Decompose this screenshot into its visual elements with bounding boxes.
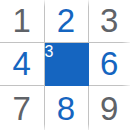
sudoku-cell[interactable]: 8 xyxy=(45,86,89,130)
cell-digit: 2 xyxy=(57,4,75,37)
cell-digit: 9 xyxy=(100,92,118,125)
cell-digit: 3 xyxy=(45,43,54,60)
cell-digit: 8 xyxy=(57,92,75,125)
sudoku-cell[interactable]: 4 xyxy=(0,43,45,87)
sudoku-cell[interactable]: 2 xyxy=(45,0,89,43)
sudoku-cell[interactable]: 3 xyxy=(89,0,131,43)
cell-digit: 7 xyxy=(13,92,31,125)
cell-digit: 6 xyxy=(100,47,118,80)
sudoku-cell[interactable]: 7 xyxy=(0,86,45,130)
sudoku-grid: 1 2 3 4 3 6 7 8 9 xyxy=(0,0,130,130)
sudoku-cell[interactable]: 9 xyxy=(89,86,131,130)
cell-digit: 1 xyxy=(13,4,31,37)
sudoku-cell[interactable]: 6 xyxy=(89,43,131,87)
cell-digit: 4 xyxy=(13,47,31,80)
sudoku-board: 1 2 3 4 3 6 7 8 9 xyxy=(0,0,130,130)
sudoku-cell[interactable]: 1 xyxy=(0,0,45,43)
sudoku-cell-selected[interactable]: 3 xyxy=(45,43,89,87)
cell-digit: 3 xyxy=(100,4,118,37)
